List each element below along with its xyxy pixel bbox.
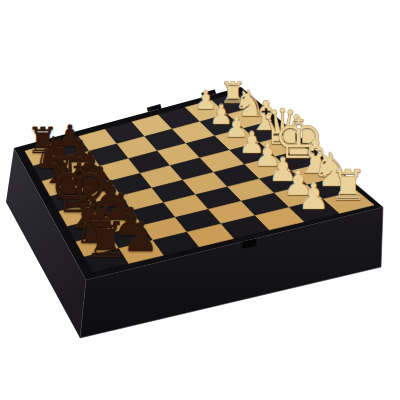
piece-white-rook[interactable]: ♜ (329, 165, 367, 207)
piece-white-pawn[interactable]: ♟ (298, 179, 330, 215)
piece-black-rook[interactable]: ♜ (84, 217, 128, 267)
chess-set-photo: ♜♞♝♛♚♝♞♜♟♟♟♟♟♟♟♟♟♟♟♟♟♟♟♟♜♞♝♛♚♝♞♜ (0, 0, 400, 400)
